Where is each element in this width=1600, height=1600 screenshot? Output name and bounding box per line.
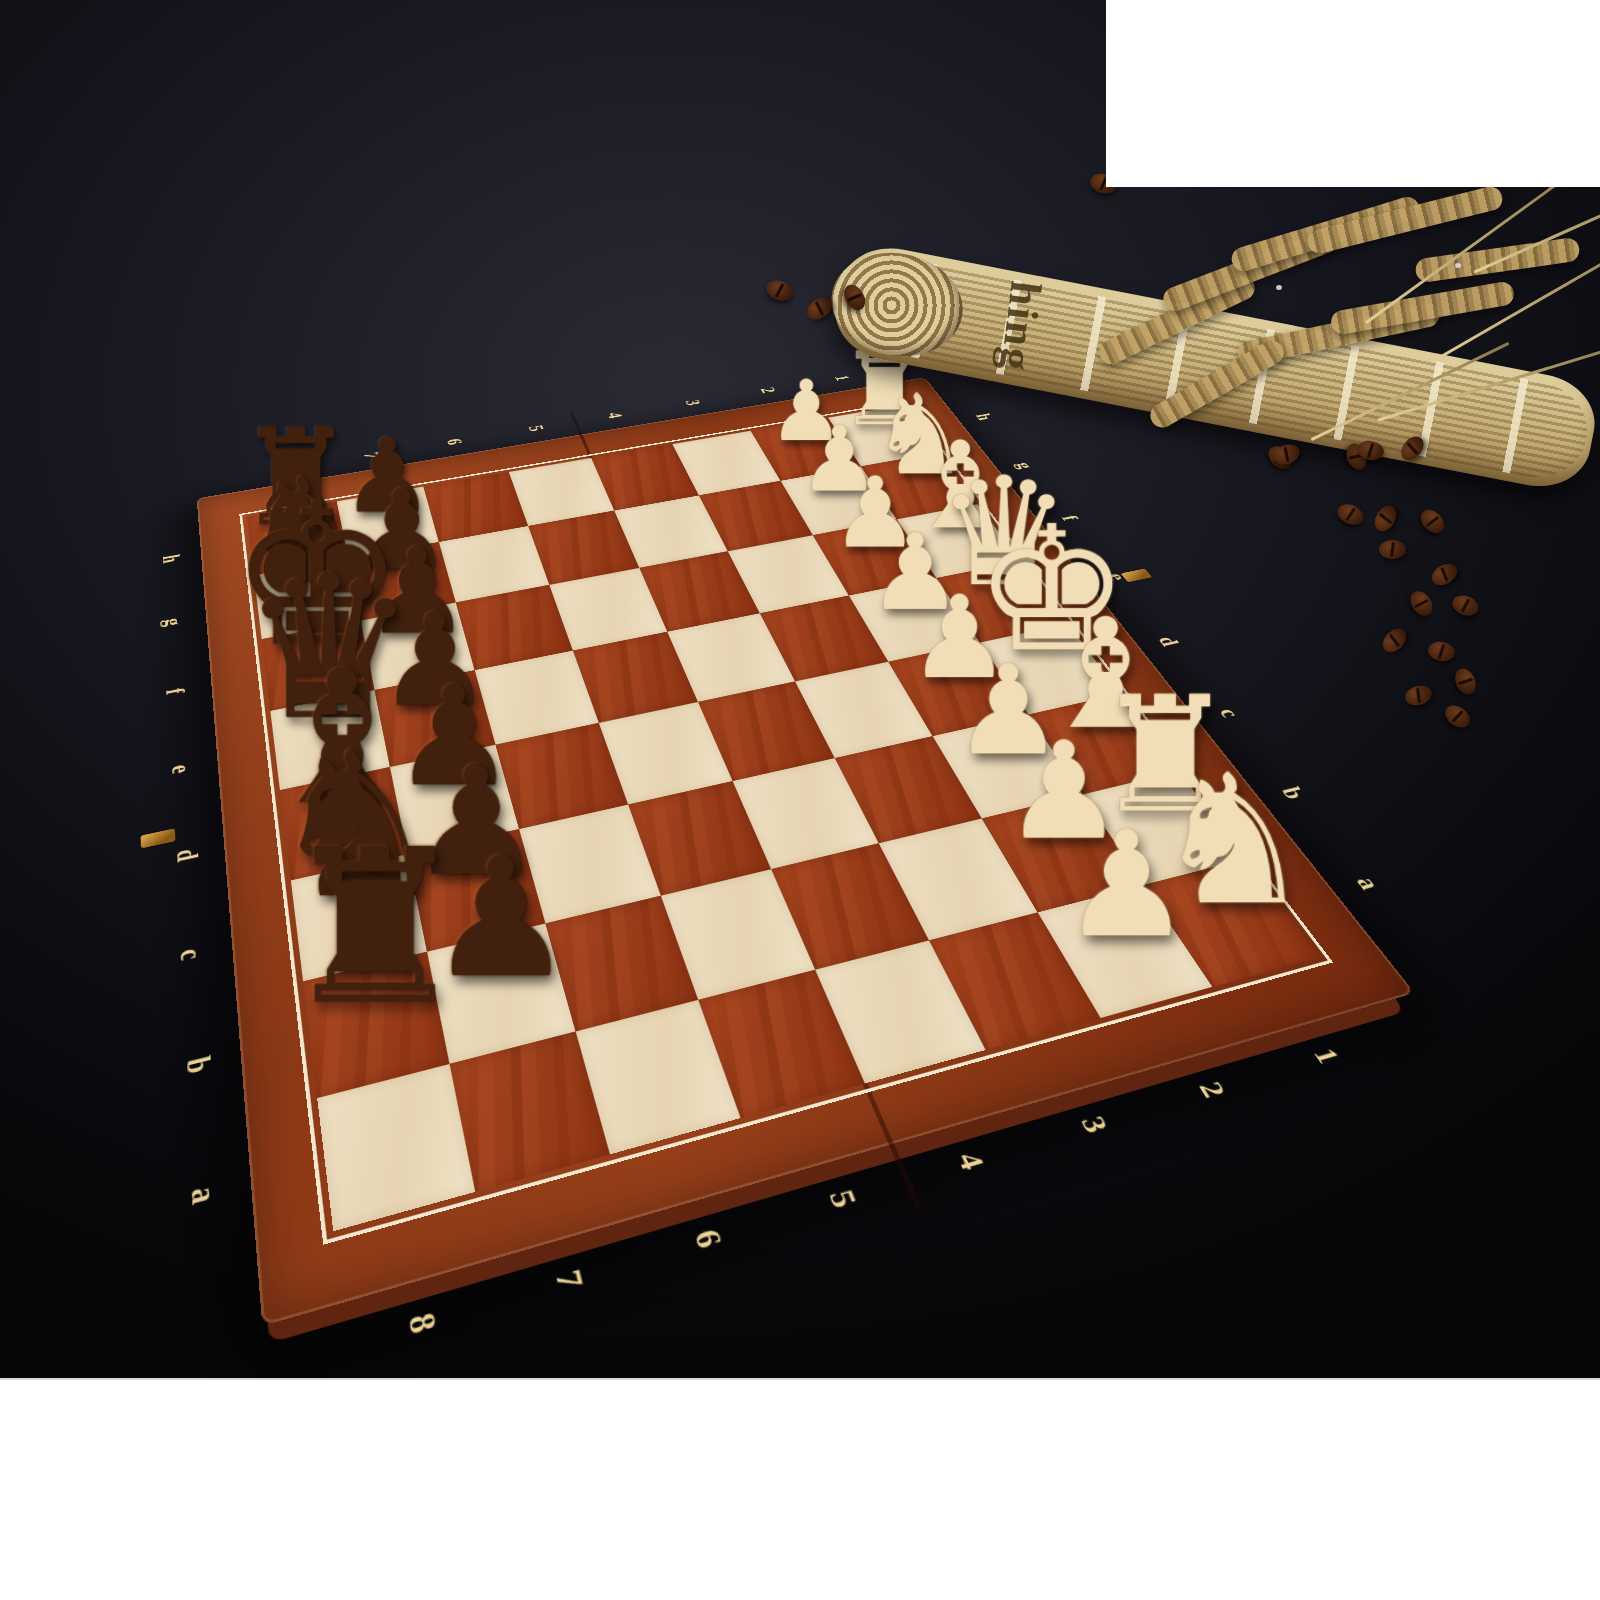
square-c4 (732, 758, 878, 869)
board-scene: ♜♟♟♜♞♟♟♞♚♟♟♝♛♟♟♛♝♟♟♚♞♟♟♝♜♟♟♜♟♞ 876543218… (0, 0, 1600, 1378)
dust-speck (1455, 263, 1461, 268)
rank-label-bottom-6: 6 (687, 1225, 729, 1252)
black-rook-b8: ♜ (280, 827, 470, 1029)
file-label-left-f: f (160, 686, 189, 697)
white-bottom-margin (0, 1378, 1600, 1600)
white-pawn-a2: ♟ (1061, 816, 1192, 955)
file-label-left-g: g (159, 616, 187, 628)
rank-label-bottom-4: 4 (950, 1149, 991, 1174)
file-label-left-h: h (157, 553, 183, 565)
file-label-left-b: b (179, 1054, 216, 1078)
brass-clasp-left (141, 828, 176, 848)
white-corner-block (1106, 0, 1600, 187)
rank-label-bottom-5: 5 (821, 1186, 863, 1212)
board-grid: ♜♟♟♜♞♟♟♞♚♟♟♝♛♟♟♛♝♟♟♚♞♟♟♝♜♟♟♜♟♞ (247, 405, 1319, 1231)
coffee-bean (1379, 540, 1406, 559)
rank-label-top-4: 4 (603, 411, 627, 420)
file-label-left-d: d (170, 846, 203, 864)
chess-board: ♜♟♟♜♞♟♟♞♚♟♟♝♛♟♟♛♝♟♟♚♞♟♟♝♜♟♟♜♟♞ 876543218… (247, 405, 1319, 1231)
rank-label-top-6: 6 (442, 437, 466, 446)
file-label-left-c: c (173, 945, 208, 963)
rank-label-bottom-8: 8 (401, 1308, 445, 1338)
square-e5 (572, 631, 698, 723)
rank-label-bottom-3: 3 (1073, 1113, 1114, 1137)
photo-backdrop: ♜♟♟♜♞♟♟♞♚♟♟♝♛♟♟♛♝♟♟♚♞♟♟♝♜♟♟♜♟♞ 876543218… (0, 0, 1600, 1378)
rank-label-top-5: 5 (524, 424, 548, 433)
rank-label-bottom-2: 2 (1192, 1078, 1232, 1101)
dust-speck (1276, 285, 1282, 290)
rank-label-bottom-1: 1 (1306, 1045, 1346, 1067)
file-label-left-a: a (184, 1182, 224, 1208)
file-label-right-a: a (1349, 874, 1385, 892)
rank-label-top-3: 3 (680, 398, 704, 406)
file-label-left-e: e (165, 762, 196, 776)
rank-label-bottom-7: 7 (547, 1266, 590, 1294)
